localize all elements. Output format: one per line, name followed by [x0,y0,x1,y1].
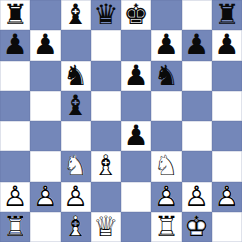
square-h3[interactable] [212,151,242,181]
square-g6[interactable] [182,61,212,91]
piece-white-pawn: ♟♙ [0,182,30,212]
square-c6[interactable]: ♞ [61,61,91,91]
square-h2[interactable]: ♟♙ [212,182,242,212]
square-h8[interactable]: ♜ [212,0,242,30]
square-e1[interactable] [121,212,151,242]
white-piece-outline-layer: ♗ [91,151,121,181]
square-a7[interactable]: ♟ [0,30,30,60]
square-b5[interactable] [30,91,60,121]
piece-black-pawn: ♟ [121,61,151,91]
white-piece-outline-layer: ♖ [0,212,30,242]
black-piece-glyph-layer: ♟ [121,61,151,91]
square-e8[interactable]: ♚ [121,0,151,30]
piece-white-pawn: ♟♙ [151,182,181,212]
square-f4[interactable] [151,121,181,151]
piece-black-pawn: ♟ [0,30,30,60]
piece-white-king: ♚♔ [182,212,212,242]
piece-black-pawn: ♟ [151,30,181,60]
black-piece-glyph-layer: ♞ [151,61,181,91]
square-g2[interactable]: ♟♙ [182,182,212,212]
square-g4[interactable] [182,121,212,151]
white-piece-outline-layer: ♖ [151,212,181,242]
black-piece-glyph-layer: ♛ [91,0,121,30]
white-piece-outline-layer: ♘ [151,151,181,181]
square-e7[interactable] [121,30,151,60]
black-piece-glyph-layer: ♟ [30,30,60,60]
square-c3[interactable]: ♞♘ [61,151,91,181]
piece-black-bishop: ♝ [61,0,91,30]
square-a4[interactable] [0,121,30,151]
piece-black-pawn: ♟ [212,30,242,60]
white-piece-outline-layer: ♗ [61,212,91,242]
white-piece-outline-layer: ♙ [151,182,181,212]
square-c5[interactable]: ♝ [61,91,91,121]
piece-white-bishop: ♝♗ [91,151,121,181]
square-a5[interactable] [0,91,30,121]
white-piece-outline-layer: ♙ [212,182,242,212]
square-a2[interactable]: ♟♙ [0,182,30,212]
square-g8[interactable] [182,0,212,30]
square-c2[interactable]: ♟♙ [61,182,91,212]
white-piece-outline-layer: ♔ [182,212,212,242]
square-f5[interactable] [151,91,181,121]
black-piece-glyph-layer: ♟ [182,30,212,60]
piece-white-bishop: ♝♗ [61,212,91,242]
piece-white-queen: ♛♕ [91,212,121,242]
square-g5[interactable] [182,91,212,121]
white-piece-outline-layer: ♙ [0,182,30,212]
black-piece-glyph-layer: ♜ [0,0,30,30]
square-d2[interactable] [91,182,121,212]
square-a1[interactable]: ♜♖ [0,212,30,242]
piece-black-rook: ♜ [212,0,242,30]
square-f2[interactable]: ♟♙ [151,182,181,212]
square-b3[interactable] [30,151,60,181]
piece-black-pawn: ♟ [182,30,212,60]
square-a6[interactable] [0,61,30,91]
square-c8[interactable]: ♝ [61,0,91,30]
black-piece-glyph-layer: ♜ [212,0,242,30]
square-d5[interactable] [91,91,121,121]
square-e3[interactable] [121,151,151,181]
square-g7[interactable]: ♟ [182,30,212,60]
square-c7[interactable] [61,30,91,60]
square-f6[interactable]: ♞ [151,61,181,91]
square-d1[interactable]: ♛♕ [91,212,121,242]
square-g1[interactable]: ♚♔ [182,212,212,242]
square-h5[interactable] [212,91,242,121]
piece-black-knight: ♞ [151,61,181,91]
piece-white-rook: ♜♖ [0,212,30,242]
square-a8[interactable]: ♜ [0,0,30,30]
piece-white-pawn: ♟♙ [212,182,242,212]
square-g3[interactable] [182,151,212,181]
square-b8[interactable] [30,0,60,30]
white-piece-outline-layer: ♙ [30,182,60,212]
white-piece-outline-layer: ♙ [182,182,212,212]
white-piece-outline-layer: ♕ [91,212,121,242]
square-c1[interactable]: ♝♗ [61,212,91,242]
square-h6[interactable] [212,61,242,91]
piece-white-knight: ♞♘ [151,151,181,181]
piece-black-knight: ♞ [61,61,91,91]
piece-black-pawn: ♟ [121,121,151,151]
square-b7[interactable]: ♟ [30,30,60,60]
square-e5[interactable] [121,91,151,121]
square-f7[interactable]: ♟ [151,30,181,60]
square-d7[interactable] [91,30,121,60]
black-piece-glyph-layer: ♟ [0,30,30,60]
square-h1[interactable] [212,212,242,242]
square-f3[interactable]: ♞♘ [151,151,181,181]
square-c4[interactable] [61,121,91,151]
black-piece-glyph-layer: ♚ [121,0,151,30]
square-b2[interactable]: ♟♙ [30,182,60,212]
square-h7[interactable]: ♟ [212,30,242,60]
white-piece-outline-layer: ♘ [61,151,91,181]
square-b4[interactable] [30,121,60,151]
square-e2[interactable] [121,182,151,212]
square-d8[interactable]: ♛ [91,0,121,30]
black-piece-glyph-layer: ♟ [121,121,151,151]
white-piece-outline-layer: ♙ [61,182,91,212]
black-piece-glyph-layer: ♟ [151,30,181,60]
piece-white-pawn: ♟♙ [61,182,91,212]
black-piece-glyph-layer: ♝ [61,91,91,121]
square-e6[interactable]: ♟ [121,61,151,91]
square-h4[interactable] [212,121,242,151]
square-e4[interactable]: ♟ [121,121,151,151]
piece-white-knight: ♞♘ [61,151,91,181]
piece-black-queen: ♛ [91,0,121,30]
square-d4[interactable] [91,121,121,151]
square-a3[interactable] [0,151,30,181]
black-piece-glyph-layer: ♟ [212,30,242,60]
piece-white-rook: ♜♖ [151,212,181,242]
piece-white-pawn: ♟♙ [182,182,212,212]
square-d3[interactable]: ♝♗ [91,151,121,181]
piece-black-king: ♚ [121,0,151,30]
square-d6[interactable] [91,61,121,91]
chess-board: ♜♝♛♚♜♟♟♟♟♟♞♟♞♝♟♞♘♝♗♞♘♟♙♟♙♟♙♟♙♟♙♟♙♜♖♝♗♛♕♜… [0,0,242,242]
square-f1[interactable]: ♜♖ [151,212,181,242]
black-piece-glyph-layer: ♝ [61,0,91,30]
square-b6[interactable] [30,61,60,91]
square-f8[interactable] [151,0,181,30]
piece-black-bishop: ♝ [61,91,91,121]
piece-white-pawn: ♟♙ [30,182,60,212]
square-b1[interactable] [30,212,60,242]
black-piece-glyph-layer: ♞ [61,61,91,91]
piece-black-pawn: ♟ [30,30,60,60]
piece-black-rook: ♜ [0,0,30,30]
